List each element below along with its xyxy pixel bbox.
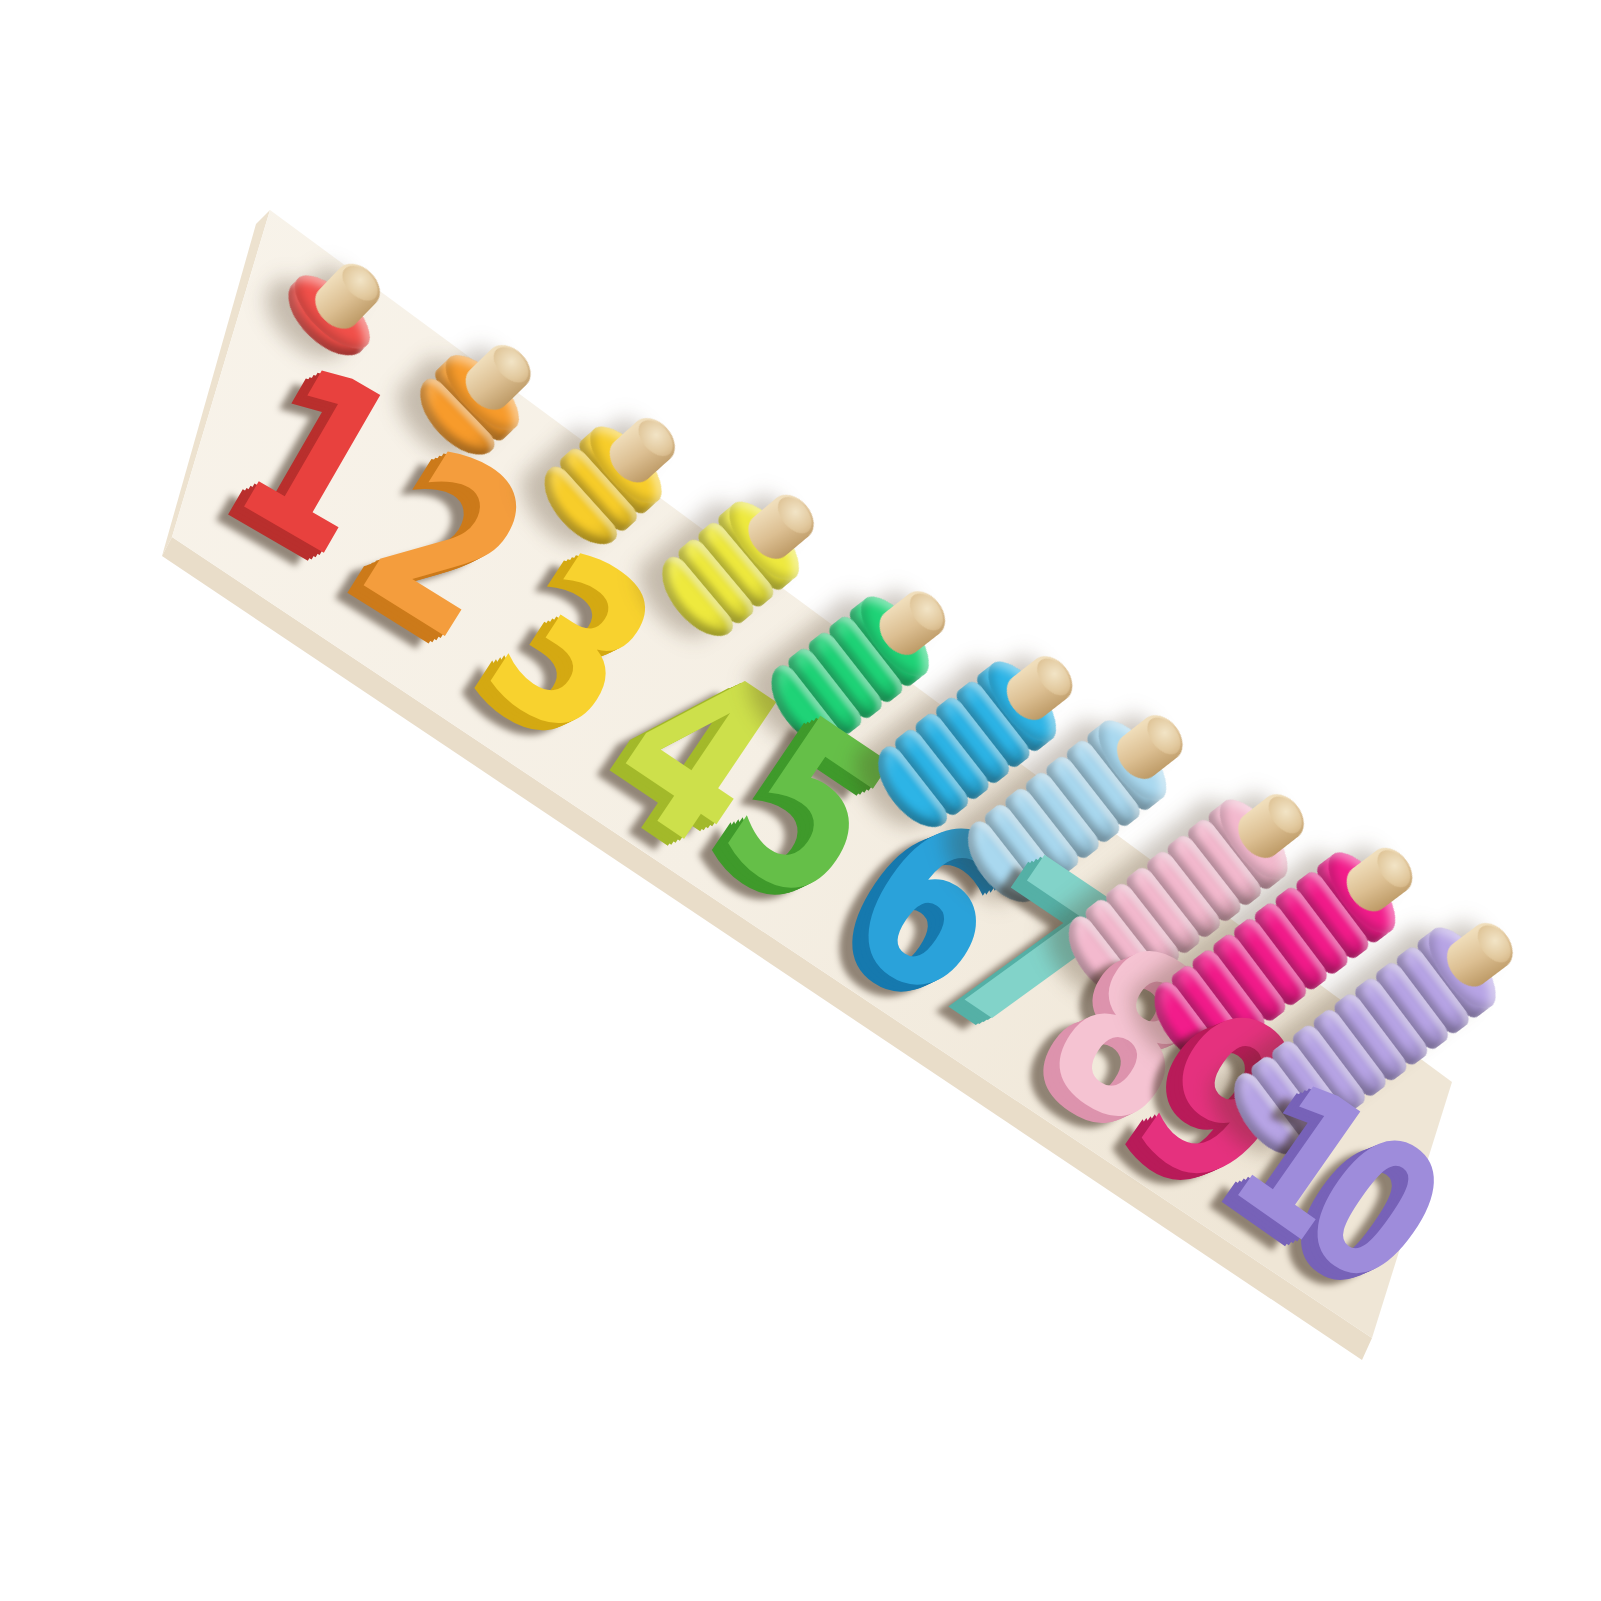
pieces-layer: 1 2 3 4 5 [0, 0, 1601, 1601]
product-photo-stage: { "game": "wooden-number-counting-puzzle… [0, 0, 1601, 1601]
